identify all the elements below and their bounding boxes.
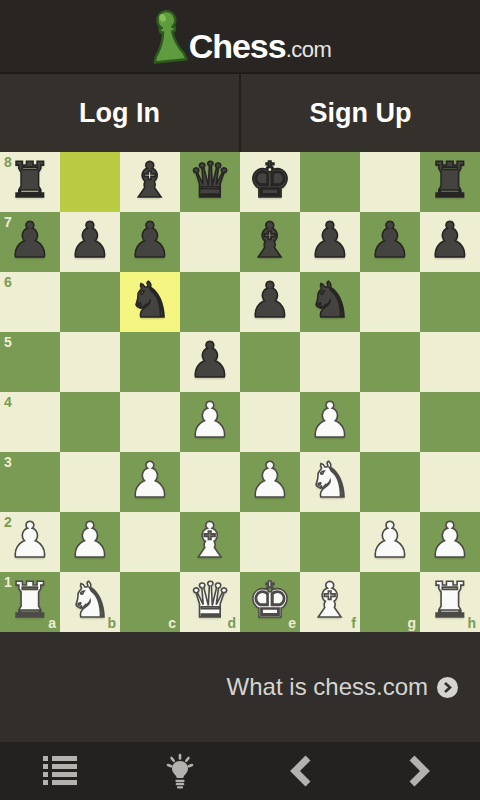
- square-d8[interactable]: ♛: [180, 152, 240, 212]
- square-a4[interactable]: 4: [0, 392, 60, 452]
- piece-black-king-e8: ♚: [240, 152, 300, 212]
- square-c5[interactable]: [120, 332, 180, 392]
- square-f1[interactable]: f♝: [300, 572, 360, 632]
- bottom-toolbar: [0, 742, 480, 800]
- piece-white-rook-h1: ♜: [420, 572, 480, 632]
- piece-white-pawn-c3: ♟: [120, 452, 180, 512]
- piece-white-pawn-h2: ♟: [420, 512, 480, 572]
- square-h5[interactable]: [420, 332, 480, 392]
- square-g7[interactable]: ♟: [360, 212, 420, 272]
- square-g1[interactable]: g: [360, 572, 420, 632]
- square-f8[interactable]: [300, 152, 360, 212]
- piece-black-knight-c6: ♞: [120, 272, 180, 332]
- square-b7[interactable]: ♟: [60, 212, 120, 272]
- square-d5[interactable]: ♟: [180, 332, 240, 392]
- piece-white-queen-d1: ♛: [180, 572, 240, 632]
- square-f3[interactable]: ♞: [300, 452, 360, 512]
- square-c6[interactable]: ♞: [120, 272, 180, 332]
- what-is-chesscom-link[interactable]: What is chess.com: [227, 673, 428, 701]
- file-label-c: c: [168, 616, 176, 630]
- hint-lightbulb-icon: [163, 753, 197, 789]
- forward-button[interactable]: [360, 742, 480, 800]
- square-c4[interactable]: [120, 392, 180, 452]
- piece-white-pawn-d4: ♟: [180, 392, 240, 452]
- square-e2[interactable]: [240, 512, 300, 572]
- square-h3[interactable]: [420, 452, 480, 512]
- square-f7[interactable]: ♟: [300, 212, 360, 272]
- square-c1[interactable]: c: [120, 572, 180, 632]
- square-b8[interactable]: [60, 152, 120, 212]
- piece-black-knight-f6: ♞: [300, 272, 360, 332]
- square-g2[interactable]: ♟: [360, 512, 420, 572]
- square-d7[interactable]: [180, 212, 240, 272]
- signup-button[interactable]: Sign Up: [241, 74, 480, 152]
- piece-black-pawn-e6: ♟: [240, 272, 300, 332]
- piece-black-queen-d8: ♛: [180, 152, 240, 212]
- hint-button[interactable]: [120, 742, 240, 800]
- app-header: Chess .com: [0, 0, 480, 72]
- piece-black-pawn-d5: ♟: [180, 332, 240, 392]
- square-h2[interactable]: ♟: [420, 512, 480, 572]
- piece-white-pawn-b2: ♟: [60, 512, 120, 572]
- square-g3[interactable]: [360, 452, 420, 512]
- piece-black-rook-h8: ♜: [420, 152, 480, 212]
- square-h7[interactable]: ♟: [420, 212, 480, 272]
- square-e3[interactable]: ♟: [240, 452, 300, 512]
- square-c7[interactable]: ♟: [120, 212, 180, 272]
- piece-white-knight-b1: ♞: [60, 572, 120, 632]
- piece-black-pawn-c7: ♟: [120, 212, 180, 272]
- square-h1[interactable]: h♜: [420, 572, 480, 632]
- rank-label-5: 5: [4, 335, 12, 349]
- square-b4[interactable]: [60, 392, 120, 452]
- square-e7[interactable]: ♝: [240, 212, 300, 272]
- piece-white-pawn-f4: ♟: [300, 392, 360, 452]
- chess-board: 8♜♝♛♚♜7♟♟♟♝♟♟♟6♞♟♞5♟4♟♟3♟♟♞2♟♟♝♟♟1a♜b♞cd…: [0, 152, 480, 632]
- square-a1[interactable]: 1a♜: [0, 572, 60, 632]
- piece-black-rook-a8: ♜: [0, 152, 60, 212]
- auth-bar: Log In Sign Up: [0, 72, 480, 152]
- square-f5[interactable]: [300, 332, 360, 392]
- square-d4[interactable]: ♟: [180, 392, 240, 452]
- square-b2[interactable]: ♟: [60, 512, 120, 572]
- square-a7[interactable]: 7♟: [0, 212, 60, 272]
- back-button[interactable]: [240, 742, 360, 800]
- square-d1[interactable]: d♛: [180, 572, 240, 632]
- logo-text-com: .com: [286, 36, 332, 64]
- square-c2[interactable]: [120, 512, 180, 572]
- square-f4[interactable]: ♟: [300, 392, 360, 452]
- back-icon: [287, 755, 313, 787]
- square-d6[interactable]: [180, 272, 240, 332]
- forward-icon: [407, 755, 433, 787]
- rank-label-4: 4: [4, 395, 12, 409]
- square-c8[interactable]: ♝: [120, 152, 180, 212]
- logo-text-chess: Chess: [189, 29, 286, 63]
- piece-white-pawn-a2: ♟: [0, 512, 60, 572]
- square-g8[interactable]: [360, 152, 420, 212]
- piece-black-bishop-e7: ♝: [240, 212, 300, 272]
- rank-label-6: 6: [4, 275, 12, 289]
- square-f2[interactable]: [300, 512, 360, 572]
- piece-black-pawn-f7: ♟: [300, 212, 360, 272]
- piece-black-pawn-b7: ♟: [60, 212, 120, 272]
- piece-white-bishop-f1: ♝: [300, 572, 360, 632]
- square-e4[interactable]: [240, 392, 300, 452]
- square-b3[interactable]: [60, 452, 120, 512]
- square-b5[interactable]: [60, 332, 120, 392]
- square-e6[interactable]: ♟: [240, 272, 300, 332]
- square-e8[interactable]: ♚: [240, 152, 300, 212]
- piece-black-pawn-g7: ♟: [360, 212, 420, 272]
- square-b6[interactable]: [60, 272, 120, 332]
- square-a8[interactable]: 8♜: [0, 152, 60, 212]
- piece-black-pawn-a7: ♟: [0, 212, 60, 272]
- square-c3[interactable]: ♟: [120, 452, 180, 512]
- file-label-g: g: [407, 616, 416, 630]
- piece-white-bishop-d2: ♝: [180, 512, 240, 572]
- square-g4[interactable]: [360, 392, 420, 452]
- green-pawn-logo-icon: [146, 7, 189, 65]
- square-d3[interactable]: [180, 452, 240, 512]
- square-a5[interactable]: 5: [0, 332, 60, 392]
- rank-label-3: 3: [4, 455, 12, 469]
- square-h8[interactable]: ♜: [420, 152, 480, 212]
- square-d2[interactable]: ♝: [180, 512, 240, 572]
- piece-black-bishop-c8: ♝: [120, 152, 180, 212]
- login-button[interactable]: Log In: [0, 74, 239, 152]
- piece-white-king-e1: ♚: [240, 572, 300, 632]
- piece-white-knight-f3: ♞: [300, 452, 360, 512]
- square-a6[interactable]: 6: [0, 272, 60, 332]
- square-f6[interactable]: ♞: [300, 272, 360, 332]
- move-list-button[interactable]: [0, 742, 120, 800]
- piece-white-rook-a1: ♜: [0, 572, 60, 632]
- square-e5[interactable]: [240, 332, 300, 392]
- square-a3[interactable]: 3: [0, 452, 60, 512]
- circle-arrow-icon[interactable]: [437, 677, 458, 698]
- piece-black-pawn-h7: ♟: [420, 212, 480, 272]
- square-h6[interactable]: [420, 272, 480, 332]
- square-e1[interactable]: e♚: [240, 572, 300, 632]
- square-g5[interactable]: [360, 332, 420, 392]
- square-g6[interactable]: [360, 272, 420, 332]
- square-a2[interactable]: 2♟: [0, 512, 60, 572]
- square-h4[interactable]: [420, 392, 480, 452]
- piece-white-pawn-e3: ♟: [240, 452, 300, 512]
- square-b1[interactable]: b♞: [60, 572, 120, 632]
- info-strip: What is chess.com: [0, 632, 480, 742]
- piece-white-pawn-g2: ♟: [360, 512, 420, 572]
- chesscom-logo[interactable]: Chess .com: [149, 9, 332, 63]
- move-list-icon: [43, 756, 77, 786]
